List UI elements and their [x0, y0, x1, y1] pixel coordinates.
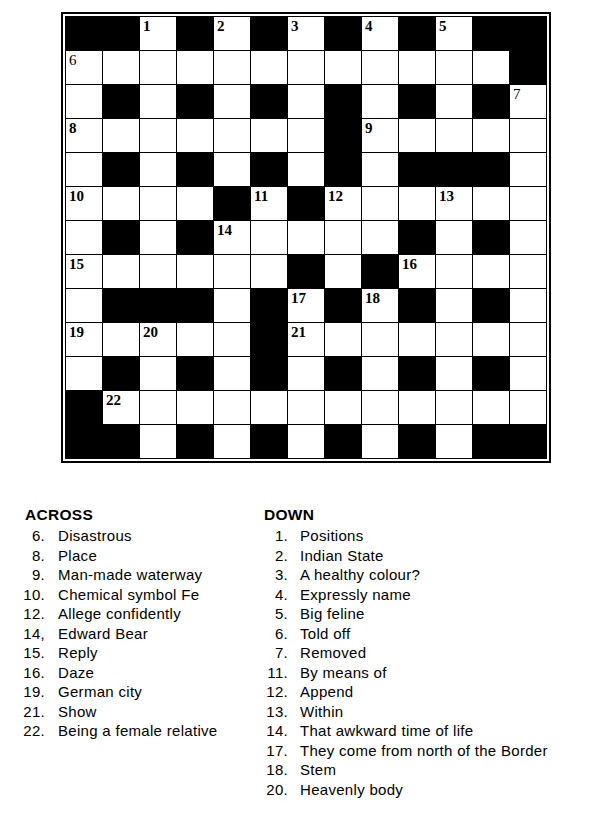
black-cell [399, 17, 435, 50]
black-cell [436, 153, 472, 186]
black-cell [325, 119, 361, 152]
black-cell [177, 289, 213, 322]
clue-text: Edward Bear [58, 624, 148, 644]
across-clue-item: 15.Reply [19, 643, 259, 663]
clue-number: 13 [439, 188, 454, 205]
white-cell[interactable] [66, 221, 102, 254]
black-cell [140, 289, 176, 322]
white-cell[interactable] [510, 323, 546, 356]
white-cell[interactable] [473, 187, 509, 220]
crossword-grid: 12345678910111213141516171819202122 [65, 16, 547, 459]
white-cell[interactable] [214, 119, 250, 152]
clue-text: That awkward time of life [300, 721, 473, 741]
clue-text: Append [300, 682, 354, 702]
white-cell[interactable]: 7 [510, 85, 546, 118]
white-cell[interactable] [362, 357, 398, 390]
white-cell[interactable]: 1 [140, 17, 176, 50]
white-cell[interactable]: 17 [288, 289, 324, 322]
down-clue-item: 18.Stem [262, 760, 607, 780]
clue-number: 9 [365, 120, 373, 137]
clue-number-label: 12. [262, 682, 288, 702]
black-cell [103, 289, 139, 322]
black-cell [473, 17, 509, 50]
clue-number-label: 14. [262, 721, 288, 741]
down-clue-item: 6.Told off [262, 624, 607, 644]
white-cell[interactable]: 8 [66, 119, 102, 152]
clue-number-label: 15. [19, 643, 45, 663]
across-clue-item: 22.Being a female relative [19, 721, 259, 741]
down-clue-list: 1.Positions2.Indian State3.A healthy col… [262, 526, 607, 799]
down-header: DOWN [264, 505, 607, 525]
black-cell [399, 289, 435, 322]
down-clue-item: 17.They come from north of the Border [262, 741, 607, 761]
white-cell[interactable] [473, 391, 509, 424]
down-clue-item: 11.By means of [262, 663, 607, 683]
clue-number-label: 18. [262, 760, 288, 780]
white-cell[interactable] [103, 187, 139, 220]
clue-number-label: 19. [19, 682, 45, 702]
black-cell [325, 153, 361, 186]
white-cell[interactable] [140, 391, 176, 424]
white-cell[interactable] [288, 357, 324, 390]
down-clue-item: 20.Heavenly body [262, 780, 607, 800]
white-cell[interactable]: 21 [288, 323, 324, 356]
white-cell[interactable] [214, 289, 250, 322]
white-cell[interactable]: 22 [103, 391, 139, 424]
down-clues-section: DOWN 1.Positions2.Indian State3.A health… [262, 505, 607, 799]
white-cell[interactable]: 3 [288, 17, 324, 50]
clue-text: Removed [300, 643, 366, 663]
white-cell[interactable] [436, 221, 472, 254]
clue-number-label: 21. [19, 702, 45, 722]
black-cell [325, 289, 361, 322]
black-cell [103, 425, 139, 458]
clue-number: 20 [143, 324, 158, 341]
white-cell[interactable] [177, 51, 213, 84]
white-cell[interactable] [214, 255, 250, 288]
white-cell[interactable] [288, 119, 324, 152]
clue-number-label: 16. [19, 663, 45, 683]
white-cell[interactable] [251, 221, 287, 254]
clue-text: Stem [300, 760, 336, 780]
clue-number-label: 2. [262, 546, 288, 566]
white-cell[interactable]: 5 [436, 17, 472, 50]
clue-number: 14 [217, 222, 232, 239]
white-cell[interactable]: 13 [436, 187, 472, 220]
clue-number-label: 9. [19, 565, 45, 585]
clue-text: Place [58, 546, 97, 566]
clue-number-label: 11. [262, 663, 288, 683]
white-cell[interactable] [140, 153, 176, 186]
clue-text: Positions [300, 526, 364, 546]
white-cell[interactable]: 6 [66, 51, 102, 84]
black-cell [103, 17, 139, 50]
white-cell[interactable] [436, 255, 472, 288]
clue-number: 8 [69, 120, 77, 137]
white-cell[interactable] [362, 391, 398, 424]
white-cell[interactable] [251, 255, 287, 288]
across-clue-item: 8.Place [19, 546, 259, 566]
white-cell[interactable] [362, 51, 398, 84]
clue-text: Disastrous [58, 526, 132, 546]
across-clues-section: ACROSS 6.Disastrous8.Place9.Man-made wat… [19, 505, 259, 741]
white-cell[interactable] [140, 85, 176, 118]
white-cell[interactable] [140, 119, 176, 152]
white-cell[interactable] [399, 187, 435, 220]
across-clue-list: 6.Disastrous8.Place9.Man-made waterway10… [19, 526, 259, 741]
clue-text: By means of [300, 663, 387, 683]
clue-number-label: 13. [262, 702, 288, 722]
white-cell[interactable] [510, 153, 546, 186]
white-cell[interactable] [214, 85, 250, 118]
black-cell [325, 425, 361, 458]
white-cell[interactable] [436, 51, 472, 84]
white-cell[interactable] [436, 357, 472, 390]
black-cell [473, 153, 509, 186]
clue-text: Heavenly body [300, 780, 403, 800]
white-cell[interactable] [473, 51, 509, 84]
clue-number-label: 5. [262, 604, 288, 624]
clue-text: Allege confidently [58, 604, 181, 624]
clue-number: 15 [69, 256, 84, 273]
white-cell[interactable] [103, 323, 139, 356]
clue-number: 22 [106, 392, 121, 409]
white-cell[interactable] [177, 119, 213, 152]
white-cell[interactable] [103, 255, 139, 288]
white-cell[interactable] [66, 357, 102, 390]
clue-text: A healthy colour? [300, 565, 420, 585]
clue-number-label: 3. [262, 565, 288, 585]
black-cell [177, 85, 213, 118]
white-cell[interactable] [177, 187, 213, 220]
across-clue-item: 9.Man-made waterway [19, 565, 259, 585]
clue-number: 7 [513, 86, 521, 103]
white-cell[interactable] [140, 187, 176, 220]
white-cell[interactable] [103, 119, 139, 152]
clue-text: Man-made waterway [58, 565, 202, 585]
white-cell[interactable] [362, 153, 398, 186]
white-cell[interactable] [288, 221, 324, 254]
white-cell[interactable] [325, 221, 361, 254]
clue-number: 11 [254, 188, 268, 205]
white-cell[interactable] [66, 289, 102, 322]
white-cell[interactable] [436, 289, 472, 322]
clue-text: Daze [58, 663, 94, 683]
white-cell[interactable] [177, 255, 213, 288]
clue-number-label: 7. [262, 643, 288, 663]
white-cell[interactable] [473, 119, 509, 152]
white-cell[interactable]: 10 [66, 187, 102, 220]
clue-number: 21 [291, 324, 306, 341]
black-cell [177, 357, 213, 390]
white-cell[interactable]: 18 [362, 289, 398, 322]
white-cell[interactable] [510, 119, 546, 152]
black-cell [510, 51, 546, 84]
black-cell [251, 153, 287, 186]
black-cell [399, 221, 435, 254]
black-cell [251, 85, 287, 118]
clue-text: Reply [58, 643, 98, 663]
black-cell [251, 323, 287, 356]
white-cell[interactable]: 20 [140, 323, 176, 356]
down-clue-item: 2.Indian State [262, 546, 607, 566]
white-cell[interactable] [288, 85, 324, 118]
black-cell [325, 17, 361, 50]
white-cell[interactable] [214, 357, 250, 390]
black-cell [214, 187, 250, 220]
white-cell[interactable] [399, 391, 435, 424]
black-cell [251, 425, 287, 458]
black-cell [510, 425, 546, 458]
clue-number: 5 [439, 18, 447, 35]
clue-number: 17 [291, 290, 306, 307]
black-cell [66, 391, 102, 424]
black-cell [399, 153, 435, 186]
white-cell[interactable]: 16 [399, 255, 435, 288]
white-cell[interactable] [362, 425, 398, 458]
black-cell [473, 357, 509, 390]
white-cell[interactable] [436, 425, 472, 458]
white-cell[interactable] [140, 425, 176, 458]
black-cell [66, 17, 102, 50]
white-cell[interactable] [251, 119, 287, 152]
across-clue-item: 14,Edward Bear [19, 624, 259, 644]
clue-number: 18 [365, 290, 380, 307]
white-cell[interactable] [510, 221, 546, 254]
white-cell[interactable]: 14 [214, 221, 250, 254]
black-cell [103, 221, 139, 254]
down-clue-item: 7.Removed [262, 643, 607, 663]
white-cell[interactable] [436, 323, 472, 356]
clue-text: Indian State [300, 546, 384, 566]
clue-text: Within [300, 702, 343, 722]
white-cell[interactable] [399, 323, 435, 356]
black-cell [510, 17, 546, 50]
white-cell[interactable] [436, 391, 472, 424]
white-cell[interactable] [140, 221, 176, 254]
clue-text: They come from north of the Border [300, 741, 548, 761]
black-cell [251, 357, 287, 390]
white-cell[interactable]: 11 [251, 187, 287, 220]
clue-number-label: 6. [262, 624, 288, 644]
down-clue-item: 5.Big feline [262, 604, 607, 624]
black-cell [473, 289, 509, 322]
white-cell[interactable] [288, 425, 324, 458]
down-clue-item: 13.Within [262, 702, 607, 722]
black-cell [325, 85, 361, 118]
clue-number-label: 12. [19, 604, 45, 624]
across-header: ACROSS [25, 505, 259, 525]
white-cell[interactable] [362, 221, 398, 254]
black-cell [66, 425, 102, 458]
white-cell[interactable] [66, 153, 102, 186]
across-clue-item: 16.Daze [19, 663, 259, 683]
white-cell[interactable] [510, 255, 546, 288]
clue-text: Show [58, 702, 97, 722]
white-cell[interactable] [362, 187, 398, 220]
across-clue-item: 19.German city [19, 682, 259, 702]
black-cell [103, 357, 139, 390]
white-cell[interactable] [140, 255, 176, 288]
across-clue-item: 12.Allege confidently [19, 604, 259, 624]
white-cell[interactable] [436, 119, 472, 152]
white-cell[interactable] [325, 323, 361, 356]
clue-number-label: 4. [262, 585, 288, 605]
white-cell[interactable] [288, 153, 324, 186]
white-cell[interactable]: 15 [66, 255, 102, 288]
white-cell[interactable] [325, 391, 361, 424]
white-cell[interactable] [214, 323, 250, 356]
white-cell[interactable] [510, 357, 546, 390]
black-cell [103, 153, 139, 186]
white-cell[interactable]: 9 [362, 119, 398, 152]
clue-number-label: 8. [19, 546, 45, 566]
white-cell[interactable] [362, 85, 398, 118]
clue-number-label: 1. [262, 526, 288, 546]
white-cell[interactable] [325, 51, 361, 84]
white-cell[interactable] [325, 255, 361, 288]
white-cell[interactable] [436, 85, 472, 118]
down-clue-item: 12.Append [262, 682, 607, 702]
black-cell [177, 17, 213, 50]
clue-number: 2 [217, 18, 225, 35]
clue-number-label: 22. [19, 721, 45, 741]
across-clue-item: 21.Show [19, 702, 259, 722]
white-cell[interactable] [214, 153, 250, 186]
white-cell[interactable] [510, 289, 546, 322]
clue-text: Told off [300, 624, 351, 644]
white-cell[interactable] [214, 51, 250, 84]
white-cell[interactable] [66, 85, 102, 118]
black-cell [473, 221, 509, 254]
white-cell[interactable] [473, 255, 509, 288]
clue-number-label: 10. [19, 585, 45, 605]
clue-number: 6 [69, 52, 77, 69]
black-cell [288, 187, 324, 220]
down-clue-item: 3.A healthy colour? [262, 565, 607, 585]
white-cell[interactable] [510, 187, 546, 220]
clue-number: 3 [291, 18, 299, 35]
clue-number-label: 20. [262, 780, 288, 800]
white-cell[interactable] [251, 51, 287, 84]
white-cell[interactable] [214, 391, 250, 424]
black-cell [473, 425, 509, 458]
white-cell[interactable] [288, 51, 324, 84]
clue-text: Being a female relative [58, 721, 218, 741]
black-cell [251, 289, 287, 322]
black-cell [473, 85, 509, 118]
clue-text: German city [58, 682, 142, 702]
black-cell [103, 85, 139, 118]
white-cell[interactable] [399, 51, 435, 84]
clue-number: 19 [69, 324, 84, 341]
black-cell [177, 221, 213, 254]
clue-number-label: 6. [19, 526, 45, 546]
black-cell [325, 357, 361, 390]
crossword-board: 12345678910111213141516171819202122 [61, 12, 551, 463]
clue-number: 12 [328, 188, 343, 205]
clue-number-label: 17. [262, 741, 288, 761]
white-cell[interactable]: 2 [214, 17, 250, 50]
black-cell [399, 357, 435, 390]
white-cell[interactable]: 19 [66, 323, 102, 356]
clue-text: Chemical symbol Fe [58, 585, 199, 605]
white-cell[interactable] [140, 51, 176, 84]
white-cell[interactable]: 12 [325, 187, 361, 220]
white-cell[interactable] [399, 119, 435, 152]
black-cell [177, 425, 213, 458]
white-cell[interactable] [473, 323, 509, 356]
white-cell[interactable] [288, 391, 324, 424]
black-cell [177, 153, 213, 186]
clue-number: 4 [365, 18, 373, 35]
black-cell [288, 255, 324, 288]
black-cell [399, 425, 435, 458]
black-cell [362, 255, 398, 288]
down-clue-item: 4.Expressly name [262, 585, 607, 605]
white-cell[interactable] [140, 357, 176, 390]
white-cell[interactable] [362, 323, 398, 356]
clue-text: Expressly name [300, 585, 411, 605]
white-cell[interactable] [177, 323, 213, 356]
white-cell[interactable] [251, 391, 287, 424]
black-cell [399, 85, 435, 118]
down-clue-item: 1.Positions [262, 526, 607, 546]
clue-number-label: 14, [19, 624, 45, 644]
white-cell[interactable] [214, 425, 250, 458]
white-cell[interactable] [103, 51, 139, 84]
down-clue-item: 14.That awkward time of life [262, 721, 607, 741]
clue-number: 10 [69, 188, 84, 205]
clue-text: Big feline [300, 604, 365, 624]
across-clue-item: 10.Chemical symbol Fe [19, 585, 259, 605]
across-clue-item: 6.Disastrous [19, 526, 259, 546]
black-cell [251, 17, 287, 50]
white-cell[interactable]: 4 [362, 17, 398, 50]
clue-number: 1 [143, 18, 151, 35]
white-cell[interactable] [177, 391, 213, 424]
white-cell[interactable] [510, 391, 546, 424]
clue-number: 16 [402, 256, 417, 273]
